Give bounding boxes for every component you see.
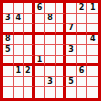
cell-r4c3-empty[interactable] (24, 35, 35, 46)
cell-r4c7-empty[interactable] (66, 35, 77, 46)
cell-r6c4-given[interactable]: 1 (35, 56, 46, 67)
cell-r6c7-empty[interactable] (66, 56, 77, 67)
cell-r3c1-empty[interactable] (3, 24, 14, 35)
cell-r5c7-given[interactable]: 3 (66, 45, 77, 56)
cell-r3c5-empty[interactable] (45, 24, 56, 35)
cell-r5c4-empty[interactable] (35, 45, 46, 56)
cell-r2c8-empty[interactable] (77, 14, 88, 25)
cell-r4c6-empty[interactable] (56, 35, 67, 46)
cell-r2c3-empty[interactable] (24, 14, 35, 25)
cell-r3c8-empty[interactable] (77, 24, 88, 35)
cell-r1c1-empty[interactable] (3, 3, 14, 14)
cell-r2c1-given[interactable]: 3 (3, 14, 14, 25)
cell-r8c3-empty[interactable] (24, 77, 35, 88)
cell-r5c3-empty[interactable] (24, 45, 35, 56)
cell-r9c3-empty[interactable] (24, 87, 35, 98)
cell-r9c5-empty[interactable] (45, 87, 56, 98)
cell-r7c6-empty[interactable] (56, 66, 67, 77)
cell-r5c1-given[interactable]: 5 (3, 45, 14, 56)
cell-r3c4-empty[interactable] (35, 24, 46, 35)
cell-r1c7-empty[interactable] (66, 3, 77, 14)
cell-r9c9-empty[interactable] (87, 87, 98, 98)
cell-r7c9-empty[interactable] (87, 66, 98, 77)
sudoku-puzzle: 62134878453112635 (0, 0, 101, 101)
cell-r6c6-empty[interactable] (56, 56, 67, 67)
cell-r5c8-empty[interactable] (77, 45, 88, 56)
cell-r9c2-empty[interactable] (14, 87, 25, 98)
cell-r2c7-empty[interactable] (66, 14, 77, 25)
cell-r4c4-empty[interactable] (35, 35, 46, 46)
cell-r3c9-empty[interactable] (87, 24, 98, 35)
cell-r7c5-empty[interactable] (45, 66, 56, 77)
cell-r7c4-empty[interactable] (35, 66, 46, 77)
cell-r2c2-given[interactable]: 4 (14, 14, 25, 25)
cell-r7c3-given[interactable]: 2 (24, 66, 35, 77)
cell-r9c8-empty[interactable] (77, 87, 88, 98)
cell-r8c2-empty[interactable] (14, 77, 25, 88)
cell-r9c1-empty[interactable] (3, 87, 14, 98)
cell-r7c7-empty[interactable] (66, 66, 77, 77)
cell-r8c9-empty[interactable] (87, 77, 98, 88)
cell-r6c9-empty[interactable] (87, 56, 98, 67)
cell-r1c2-empty[interactable] (14, 3, 25, 14)
cell-r5c2-empty[interactable] (14, 45, 25, 56)
cell-r6c2-empty[interactable] (14, 56, 25, 67)
cell-r8c1-empty[interactable] (3, 77, 14, 88)
cell-r2c4-empty[interactable] (35, 14, 46, 25)
cell-r7c8-given[interactable]: 6 (77, 66, 88, 77)
cell-r4c2-empty[interactable] (14, 35, 25, 46)
cell-r7c1-empty[interactable] (3, 66, 14, 77)
cell-r3c7-given[interactable]: 7 (66, 24, 77, 35)
cell-r2c9-empty[interactable] (87, 14, 98, 25)
cell-r1c6-empty[interactable] (56, 3, 67, 14)
cell-r8c7-given[interactable]: 5 (66, 77, 77, 88)
cell-r8c5-given[interactable]: 3 (45, 77, 56, 88)
cell-r4c8-empty[interactable] (77, 35, 88, 46)
cell-r5c5-empty[interactable] (45, 45, 56, 56)
cell-r6c8-empty[interactable] (77, 56, 88, 67)
cell-r7c2-given[interactable]: 1 (14, 66, 25, 77)
cell-r2c6-empty[interactable] (56, 14, 67, 25)
cell-r5c9-empty[interactable] (87, 45, 98, 56)
cell-r1c9-given[interactable]: 1 (87, 3, 98, 14)
cell-r5c6-empty[interactable] (56, 45, 67, 56)
cell-r3c3-empty[interactable] (24, 24, 35, 35)
cell-r1c5-empty[interactable] (45, 3, 56, 14)
cell-r8c6-empty[interactable] (56, 77, 67, 88)
cell-r6c1-empty[interactable] (3, 56, 14, 67)
cell-r3c2-empty[interactable] (14, 24, 25, 35)
cell-r1c4-given[interactable]: 6 (35, 3, 46, 14)
cell-r1c3-empty[interactable] (24, 3, 35, 14)
sudoku-board: 62134878453112635 (0, 0, 101, 101)
cell-r6c5-empty[interactable] (45, 56, 56, 67)
cell-r4c1-given[interactable]: 8 (3, 35, 14, 46)
cell-r4c9-given[interactable]: 4 (87, 35, 98, 46)
cell-r4c5-empty[interactable] (45, 35, 56, 46)
cell-r6c3-empty[interactable] (24, 56, 35, 67)
cell-r3c6-empty[interactable] (56, 24, 67, 35)
cell-r8c8-empty[interactable] (77, 77, 88, 88)
cell-r2c5-given[interactable]: 8 (45, 14, 56, 25)
cell-r8c4-empty[interactable] (35, 77, 46, 88)
cell-r9c4-empty[interactable] (35, 87, 46, 98)
cell-r1c8-given[interactable]: 2 (77, 3, 88, 14)
cell-r9c6-empty[interactable] (56, 87, 67, 98)
cell-r9c7-empty[interactable] (66, 87, 77, 98)
